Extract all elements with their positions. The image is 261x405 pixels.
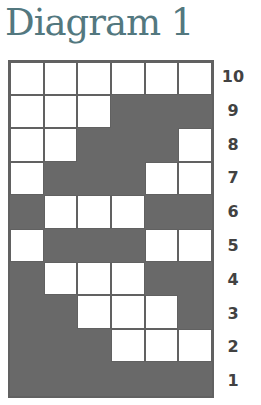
row-number-label-2: 2 xyxy=(218,330,248,364)
grid-cell-r9c4 xyxy=(111,95,145,128)
grid-cell-r1c5 xyxy=(145,362,179,395)
grid-cell-r10c3 xyxy=(77,62,111,95)
grid-cell-r7c3 xyxy=(77,162,111,195)
grid-cell-r3c3 xyxy=(77,295,111,328)
grid-cell-r4c5 xyxy=(145,262,179,295)
grid-cell-r9c5 xyxy=(145,95,179,128)
grid-cell-r7c1 xyxy=(10,162,44,195)
grid-cell-r5c4 xyxy=(111,229,145,262)
row-number-label-3: 3 xyxy=(218,296,248,330)
grid-cell-r6c5 xyxy=(145,195,179,228)
row-number-label-9: 9 xyxy=(218,93,248,127)
row-number-label-8: 8 xyxy=(218,127,248,161)
grid-cell-r6c4 xyxy=(111,195,145,228)
grid-cell-r7c5 xyxy=(145,162,179,195)
row-number-label-7: 7 xyxy=(218,161,248,195)
grid-cell-r4c4 xyxy=(111,262,145,295)
grid-cell-r5c2 xyxy=(44,229,78,262)
grid-cell-r10c6 xyxy=(178,62,212,95)
board-area: 10987654321 xyxy=(8,60,261,398)
grid-cell-r6c3 xyxy=(77,195,111,228)
grid-cell-r8c3 xyxy=(77,128,111,161)
grid-cell-r4c1 xyxy=(10,262,44,295)
grid-cell-r1c3 xyxy=(77,362,111,395)
grid-cell-r5c1 xyxy=(10,229,44,262)
grid-cell-r9c3 xyxy=(77,95,111,128)
grid-cell-r5c3 xyxy=(77,229,111,262)
grid-cell-r9c6 xyxy=(178,95,212,128)
grid-cell-r2c1 xyxy=(10,329,44,362)
board-grid xyxy=(8,60,214,398)
row-number-label-5: 5 xyxy=(218,229,248,263)
grid-cell-r10c4 xyxy=(111,62,145,95)
grid-cell-r2c3 xyxy=(77,329,111,362)
grid-cell-r1c1 xyxy=(10,362,44,395)
grid-cell-r7c6 xyxy=(178,162,212,195)
grid-cell-r8c2 xyxy=(44,128,78,161)
row-number-label-6: 6 xyxy=(218,195,248,229)
grid-cell-r8c5 xyxy=(145,128,179,161)
grid-cell-r2c6 xyxy=(178,329,212,362)
grid-cell-r1c2 xyxy=(44,362,78,395)
grid-cell-r3c6 xyxy=(178,295,212,328)
page-title: Diagram 1 xyxy=(5,2,261,45)
grid-cell-r2c5 xyxy=(145,329,179,362)
grid-cell-r9c1 xyxy=(10,95,44,128)
grid-cell-r2c4 xyxy=(111,329,145,362)
row-number-label-10: 10 xyxy=(218,60,248,94)
grid-cell-r8c6 xyxy=(178,128,212,161)
grid-cell-r3c1 xyxy=(10,295,44,328)
row-number-label-1: 1 xyxy=(218,364,248,398)
grid-cell-r4c6 xyxy=(178,262,212,295)
grid-cell-r6c2 xyxy=(44,195,78,228)
grid-cell-r4c3 xyxy=(77,262,111,295)
grid-cell-r10c5 xyxy=(145,62,179,95)
grid-cell-r3c2 xyxy=(44,295,78,328)
grid-cell-r6c6 xyxy=(178,195,212,228)
grid-cell-r10c1 xyxy=(10,62,44,95)
diagram-page: Diagram 1 10987654321 xyxy=(0,0,261,405)
grid-cell-r5c6 xyxy=(178,229,212,262)
grid-cell-r7c2 xyxy=(44,162,78,195)
grid-cell-r8c4 xyxy=(111,128,145,161)
grid-cell-r9c2 xyxy=(44,95,78,128)
grid-cell-r6c1 xyxy=(10,195,44,228)
grid-cell-r1c4 xyxy=(111,362,145,395)
grid-cell-r4c2 xyxy=(44,262,78,295)
grid-cell-r8c1 xyxy=(10,128,44,161)
grid-cell-r3c5 xyxy=(145,295,179,328)
grid-cell-r5c5 xyxy=(145,229,179,262)
grid-cell-r10c2 xyxy=(44,62,78,95)
grid-cell-r2c2 xyxy=(44,329,78,362)
grid-cell-r1c6 xyxy=(178,362,212,395)
grid-cell-r3c4 xyxy=(111,295,145,328)
grid-cell-r7c4 xyxy=(111,162,145,195)
row-numbers: 10987654321 xyxy=(218,60,248,398)
row-number-label-4: 4 xyxy=(218,262,248,296)
